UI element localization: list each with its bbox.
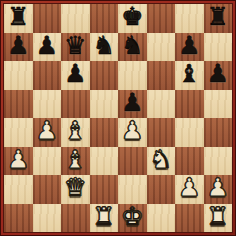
square-g5[interactable] xyxy=(175,90,204,119)
white-rook: ♜ xyxy=(93,204,115,231)
square-a2[interactable] xyxy=(4,175,33,204)
square-g8[interactable] xyxy=(175,4,204,33)
square-a3[interactable]: ♟ xyxy=(4,147,33,176)
white-knight: ♞ xyxy=(150,147,172,174)
white-pawn: ♟ xyxy=(207,175,229,202)
square-f2[interactable] xyxy=(147,175,176,204)
white-pawn: ♟ xyxy=(178,175,200,202)
square-b8[interactable] xyxy=(33,4,62,33)
white-pawn: ♟ xyxy=(121,118,143,145)
square-a4[interactable] xyxy=(4,118,33,147)
square-a6[interactable] xyxy=(4,61,33,90)
black-pawn: ♟ xyxy=(36,33,58,60)
square-c3[interactable]: ♝ xyxy=(61,147,90,176)
square-h2[interactable]: ♟ xyxy=(204,175,233,204)
white-queen: ♛ xyxy=(64,175,86,202)
square-h4[interactable] xyxy=(204,118,233,147)
white-king: ♚ xyxy=(121,204,143,231)
square-b4[interactable]: ♟ xyxy=(33,118,62,147)
square-e5[interactable]: ♟ xyxy=(118,90,147,119)
square-h6[interactable]: ♟ xyxy=(204,61,233,90)
white-bishop: ♝ xyxy=(64,118,86,145)
square-c8[interactable] xyxy=(61,4,90,33)
black-knight: ♞ xyxy=(93,33,115,60)
square-e2[interactable] xyxy=(118,175,147,204)
square-g6[interactable]: ♝ xyxy=(175,61,204,90)
square-e8[interactable]: ♚ xyxy=(118,4,147,33)
black-pawn: ♟ xyxy=(64,61,86,88)
square-g1[interactable] xyxy=(175,204,204,233)
square-f5[interactable] xyxy=(147,90,176,119)
square-d5[interactable] xyxy=(90,90,119,119)
square-d4[interactable] xyxy=(90,118,119,147)
square-c6[interactable]: ♟ xyxy=(61,61,90,90)
square-e3[interactable] xyxy=(118,147,147,176)
white-rook: ♜ xyxy=(207,204,229,231)
square-g3[interactable] xyxy=(175,147,204,176)
square-d1[interactable]: ♜ xyxy=(90,204,119,233)
square-b5[interactable] xyxy=(33,90,62,119)
square-b2[interactable] xyxy=(33,175,62,204)
square-g2[interactable]: ♟ xyxy=(175,175,204,204)
square-g7[interactable]: ♟ xyxy=(175,33,204,62)
square-f4[interactable] xyxy=(147,118,176,147)
square-d3[interactable] xyxy=(90,147,119,176)
square-d8[interactable] xyxy=(90,4,119,33)
square-b3[interactable] xyxy=(33,147,62,176)
square-d6[interactable] xyxy=(90,61,119,90)
chess-board: ♜♚♜♟♟♛♞♞♟♟♝♟♟♟♝♟♟♝♞♛♟♟♜♚♜ xyxy=(4,4,232,232)
black-pawn: ♟ xyxy=(178,33,200,60)
black-rook: ♜ xyxy=(7,4,29,31)
board-frame: ♜♚♜♟♟♛♞♞♟♟♝♟♟♟♝♟♟♝♞♛♟♟♜♚♜ xyxy=(0,0,236,236)
white-pawn: ♟ xyxy=(7,147,29,174)
white-bishop: ♝ xyxy=(64,147,86,174)
black-pawn: ♟ xyxy=(207,61,229,88)
square-f6[interactable] xyxy=(147,61,176,90)
square-f1[interactable] xyxy=(147,204,176,233)
square-c7[interactable]: ♛ xyxy=(61,33,90,62)
square-e6[interactable] xyxy=(118,61,147,90)
square-c4[interactable]: ♝ xyxy=(61,118,90,147)
square-e4[interactable]: ♟ xyxy=(118,118,147,147)
square-a1[interactable] xyxy=(4,204,33,233)
black-bishop: ♝ xyxy=(178,61,200,88)
square-f3[interactable]: ♞ xyxy=(147,147,176,176)
black-pawn: ♟ xyxy=(7,33,29,60)
white-pawn: ♟ xyxy=(36,118,58,145)
square-c5[interactable] xyxy=(61,90,90,119)
square-b6[interactable] xyxy=(33,61,62,90)
square-h8[interactable]: ♜ xyxy=(204,4,233,33)
square-h5[interactable] xyxy=(204,90,233,119)
square-a7[interactable]: ♟ xyxy=(4,33,33,62)
square-c2[interactable]: ♛ xyxy=(61,175,90,204)
black-king: ♚ xyxy=(121,4,143,31)
square-h7[interactable] xyxy=(204,33,233,62)
black-knight: ♞ xyxy=(121,33,143,60)
square-d2[interactable] xyxy=(90,175,119,204)
square-f7[interactable] xyxy=(147,33,176,62)
square-a8[interactable]: ♜ xyxy=(4,4,33,33)
square-h1[interactable]: ♜ xyxy=(204,204,233,233)
black-queen: ♛ xyxy=(64,33,86,60)
black-pawn: ♟ xyxy=(121,90,143,117)
square-b1[interactable] xyxy=(33,204,62,233)
black-rook: ♜ xyxy=(207,4,229,31)
square-e7[interactable]: ♞ xyxy=(118,33,147,62)
square-f8[interactable] xyxy=(147,4,176,33)
square-b7[interactable]: ♟ xyxy=(33,33,62,62)
square-e1[interactable]: ♚ xyxy=(118,204,147,233)
square-d7[interactable]: ♞ xyxy=(90,33,119,62)
square-a5[interactable] xyxy=(4,90,33,119)
square-c1[interactable] xyxy=(61,204,90,233)
square-h3[interactable] xyxy=(204,147,233,176)
square-g4[interactable] xyxy=(175,118,204,147)
